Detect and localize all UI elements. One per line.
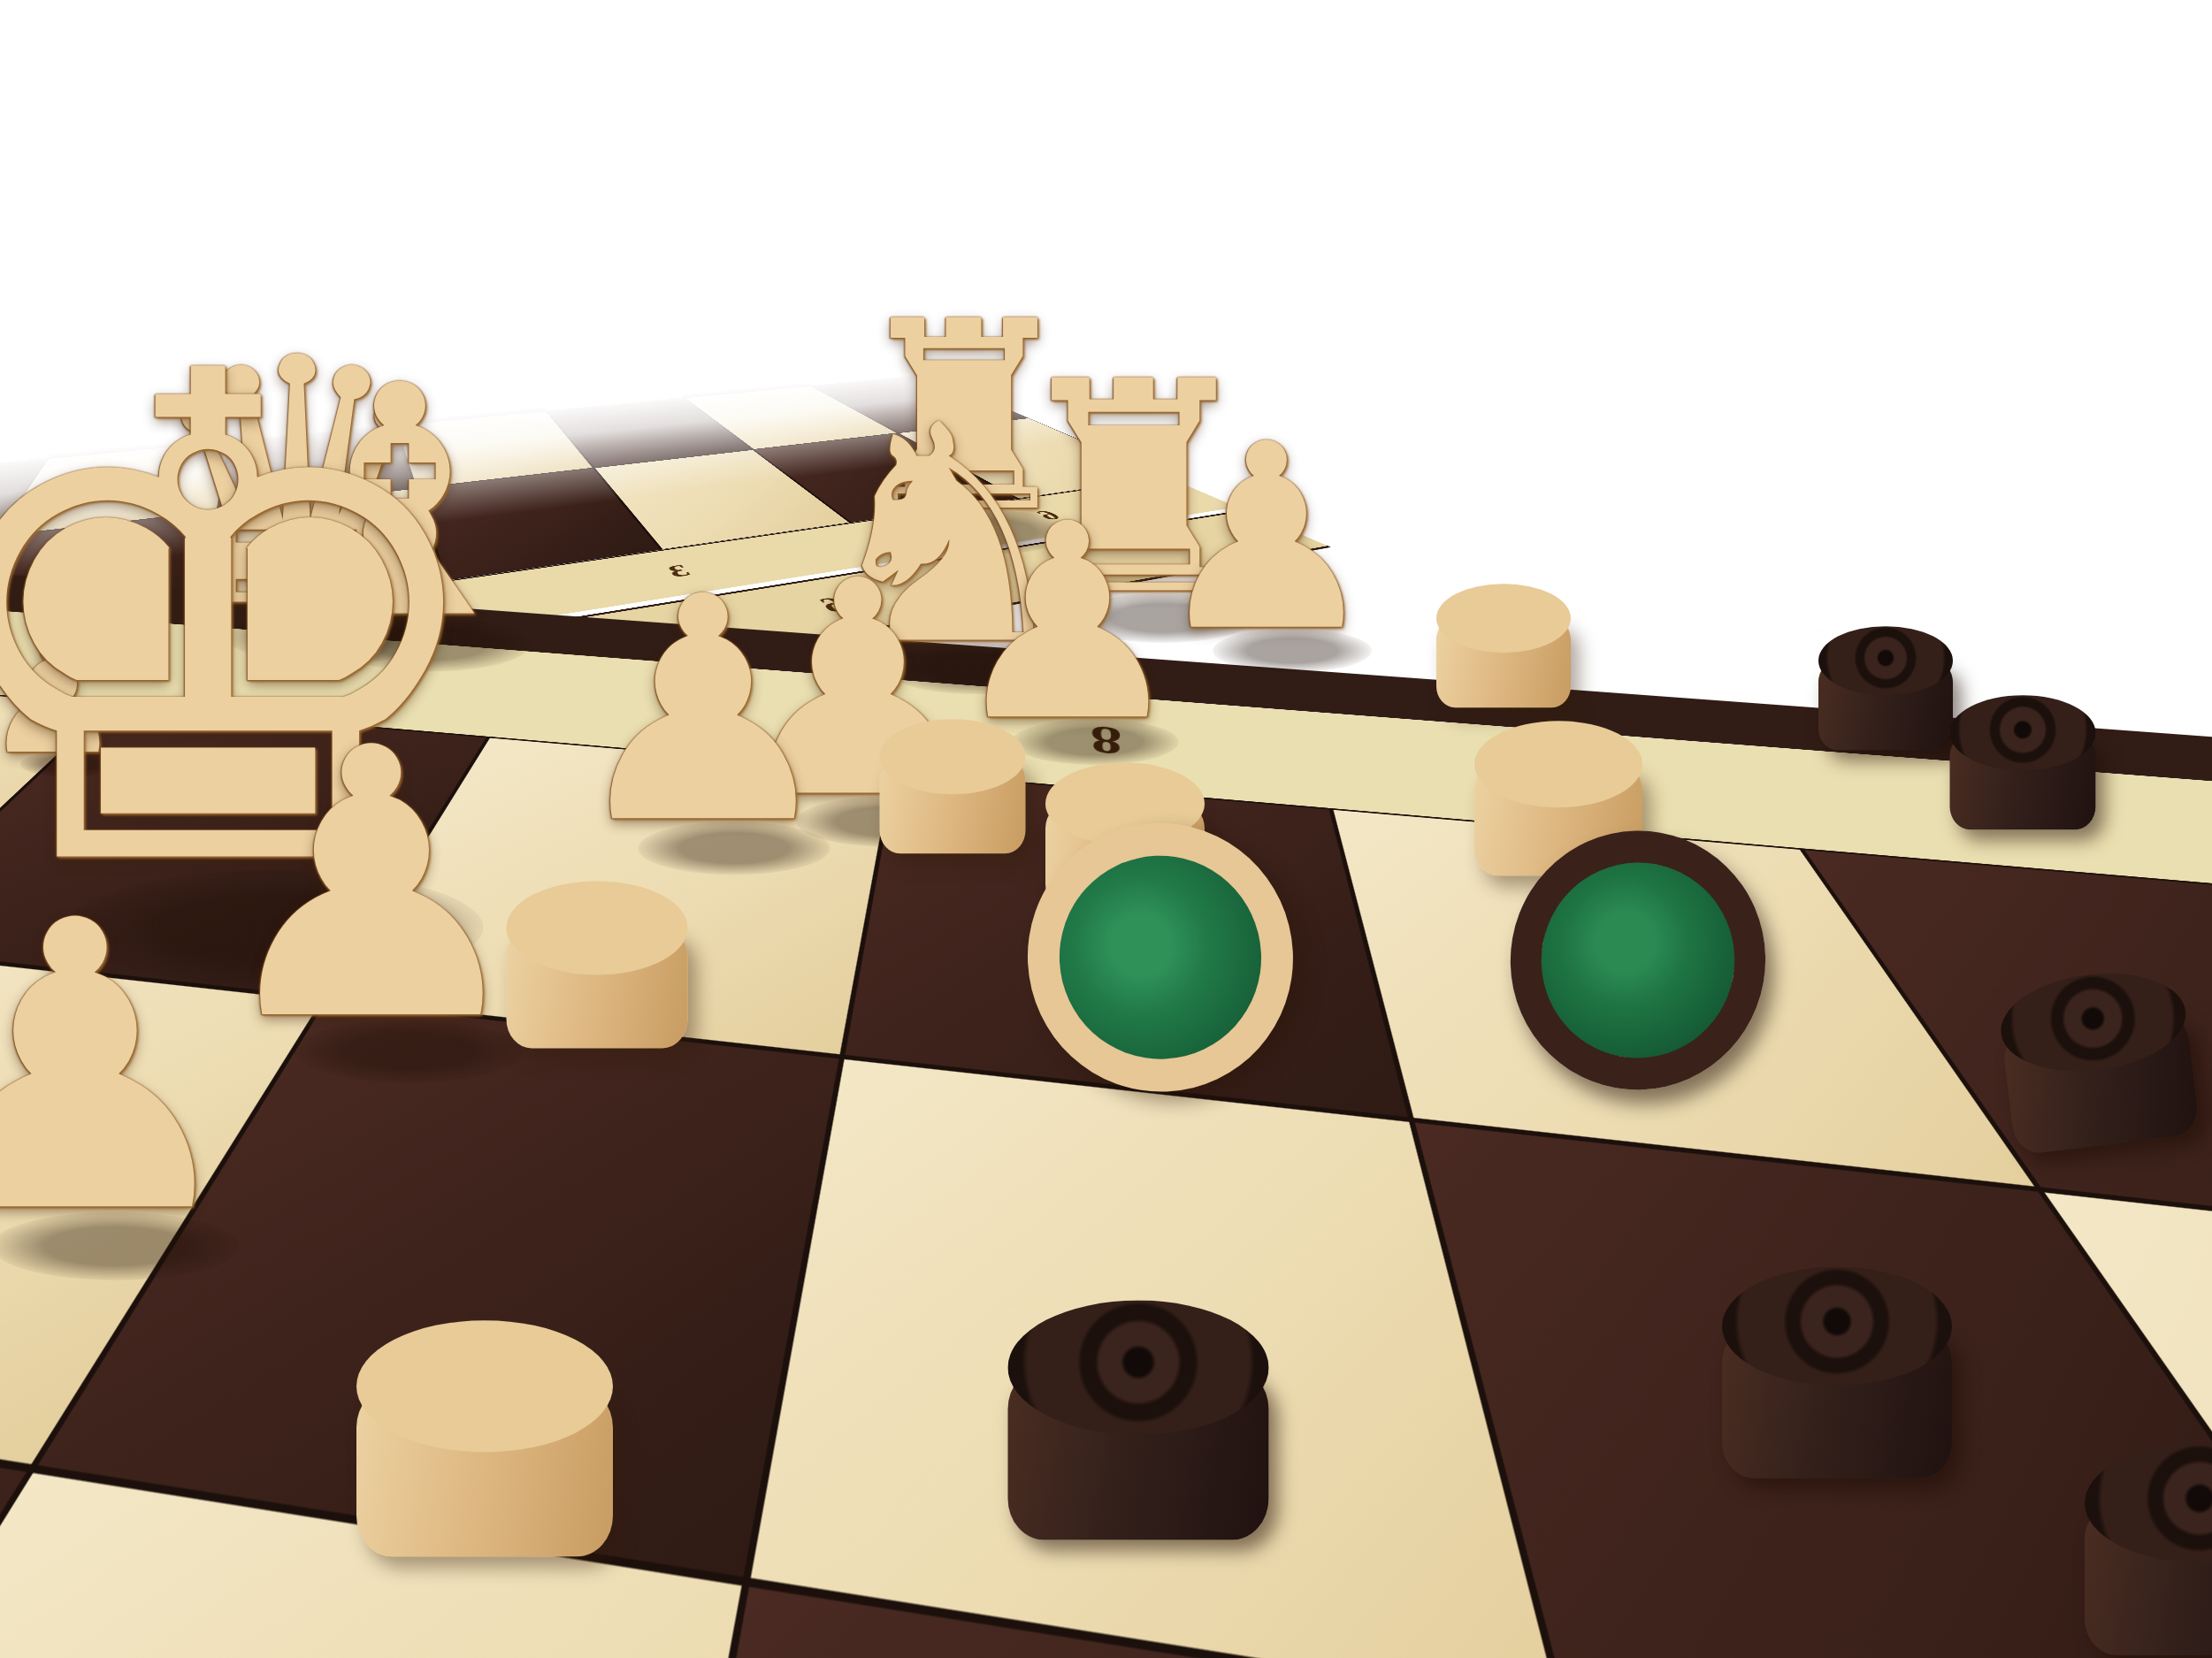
checker-top-rings	[880, 719, 1026, 794]
checker-top-rings	[1436, 584, 1571, 653]
dark-checker-up[interactable]: ⛂	[1722, 1267, 1952, 1478]
dark-checker-up[interactable]: ⛂	[1950, 695, 2096, 829]
checker-top-rings	[1818, 626, 1953, 695]
chess-pawn[interactable]: ♟	[205, 700, 539, 1072]
checker-glyph: ⛂	[1008, 1301, 1014, 1309]
checker-glyph: ⛀	[1474, 721, 1481, 729]
checker-top-rings	[1474, 721, 1642, 807]
checker-glyph: ⛂	[1950, 695, 1956, 703]
checker-glyph: ⛀	[1436, 584, 1443, 592]
checker-glyph: ⛀	[356, 1320, 363, 1328]
chess-pawn[interactable]: ♟	[0, 869, 254, 1267]
checker-glyph: ⛀	[880, 719, 886, 727]
checker-glyph: ⛂	[2085, 1444, 2091, 1452]
piece-layer: ♟♚♛♝♟♟♟♟♞♜♟♜♟⛀⛀⛀⛀⛀⛀⛀⛂⛂⛂⛂⛂⛂⛂	[0, 0, 2212, 1658]
dark-checker-up[interactable]: ⛂	[1008, 1301, 1269, 1540]
checker-glyph: ⛀	[1038, 882, 1045, 890]
checker-glyph: ⛂	[1558, 847, 1565, 856]
dark-checker-up[interactable]: ⛂	[1995, 964, 2201, 1156]
checker-top-rings	[1008, 1301, 1269, 1435]
dark-checker-up[interactable]: ⛂	[2085, 1444, 2212, 1655]
scene-stage: D736 36 D 8765 ♟♚♛♝♟♟♟♟♞♜♟♜♟⛀⛀⛀⛀⛀⛀⛀⛂⛂⛂⛂⛂…	[0, 0, 2212, 1658]
checker-glyph: ⛂	[1995, 986, 2002, 995]
dark-checker-up[interactable]: ⛂	[1818, 626, 1953, 750]
checker-glyph: ⛂	[1818, 626, 1825, 634]
chess-pawn[interactable]: ♟	[564, 556, 842, 866]
checker-glyph: ⛀	[1045, 762, 1052, 770]
light-checker-up[interactable]: ⛀	[880, 719, 1026, 853]
light-checker-up[interactable]: ⛀	[356, 1320, 613, 1556]
checker-top-rings	[1950, 695, 2096, 770]
light-checker-up[interactable]: ⛀	[1436, 584, 1571, 707]
checker-top-rings	[356, 1320, 613, 1452]
checker-top-rings	[1722, 1267, 1952, 1386]
checker-glyph: ⛂	[1722, 1267, 1728, 1275]
